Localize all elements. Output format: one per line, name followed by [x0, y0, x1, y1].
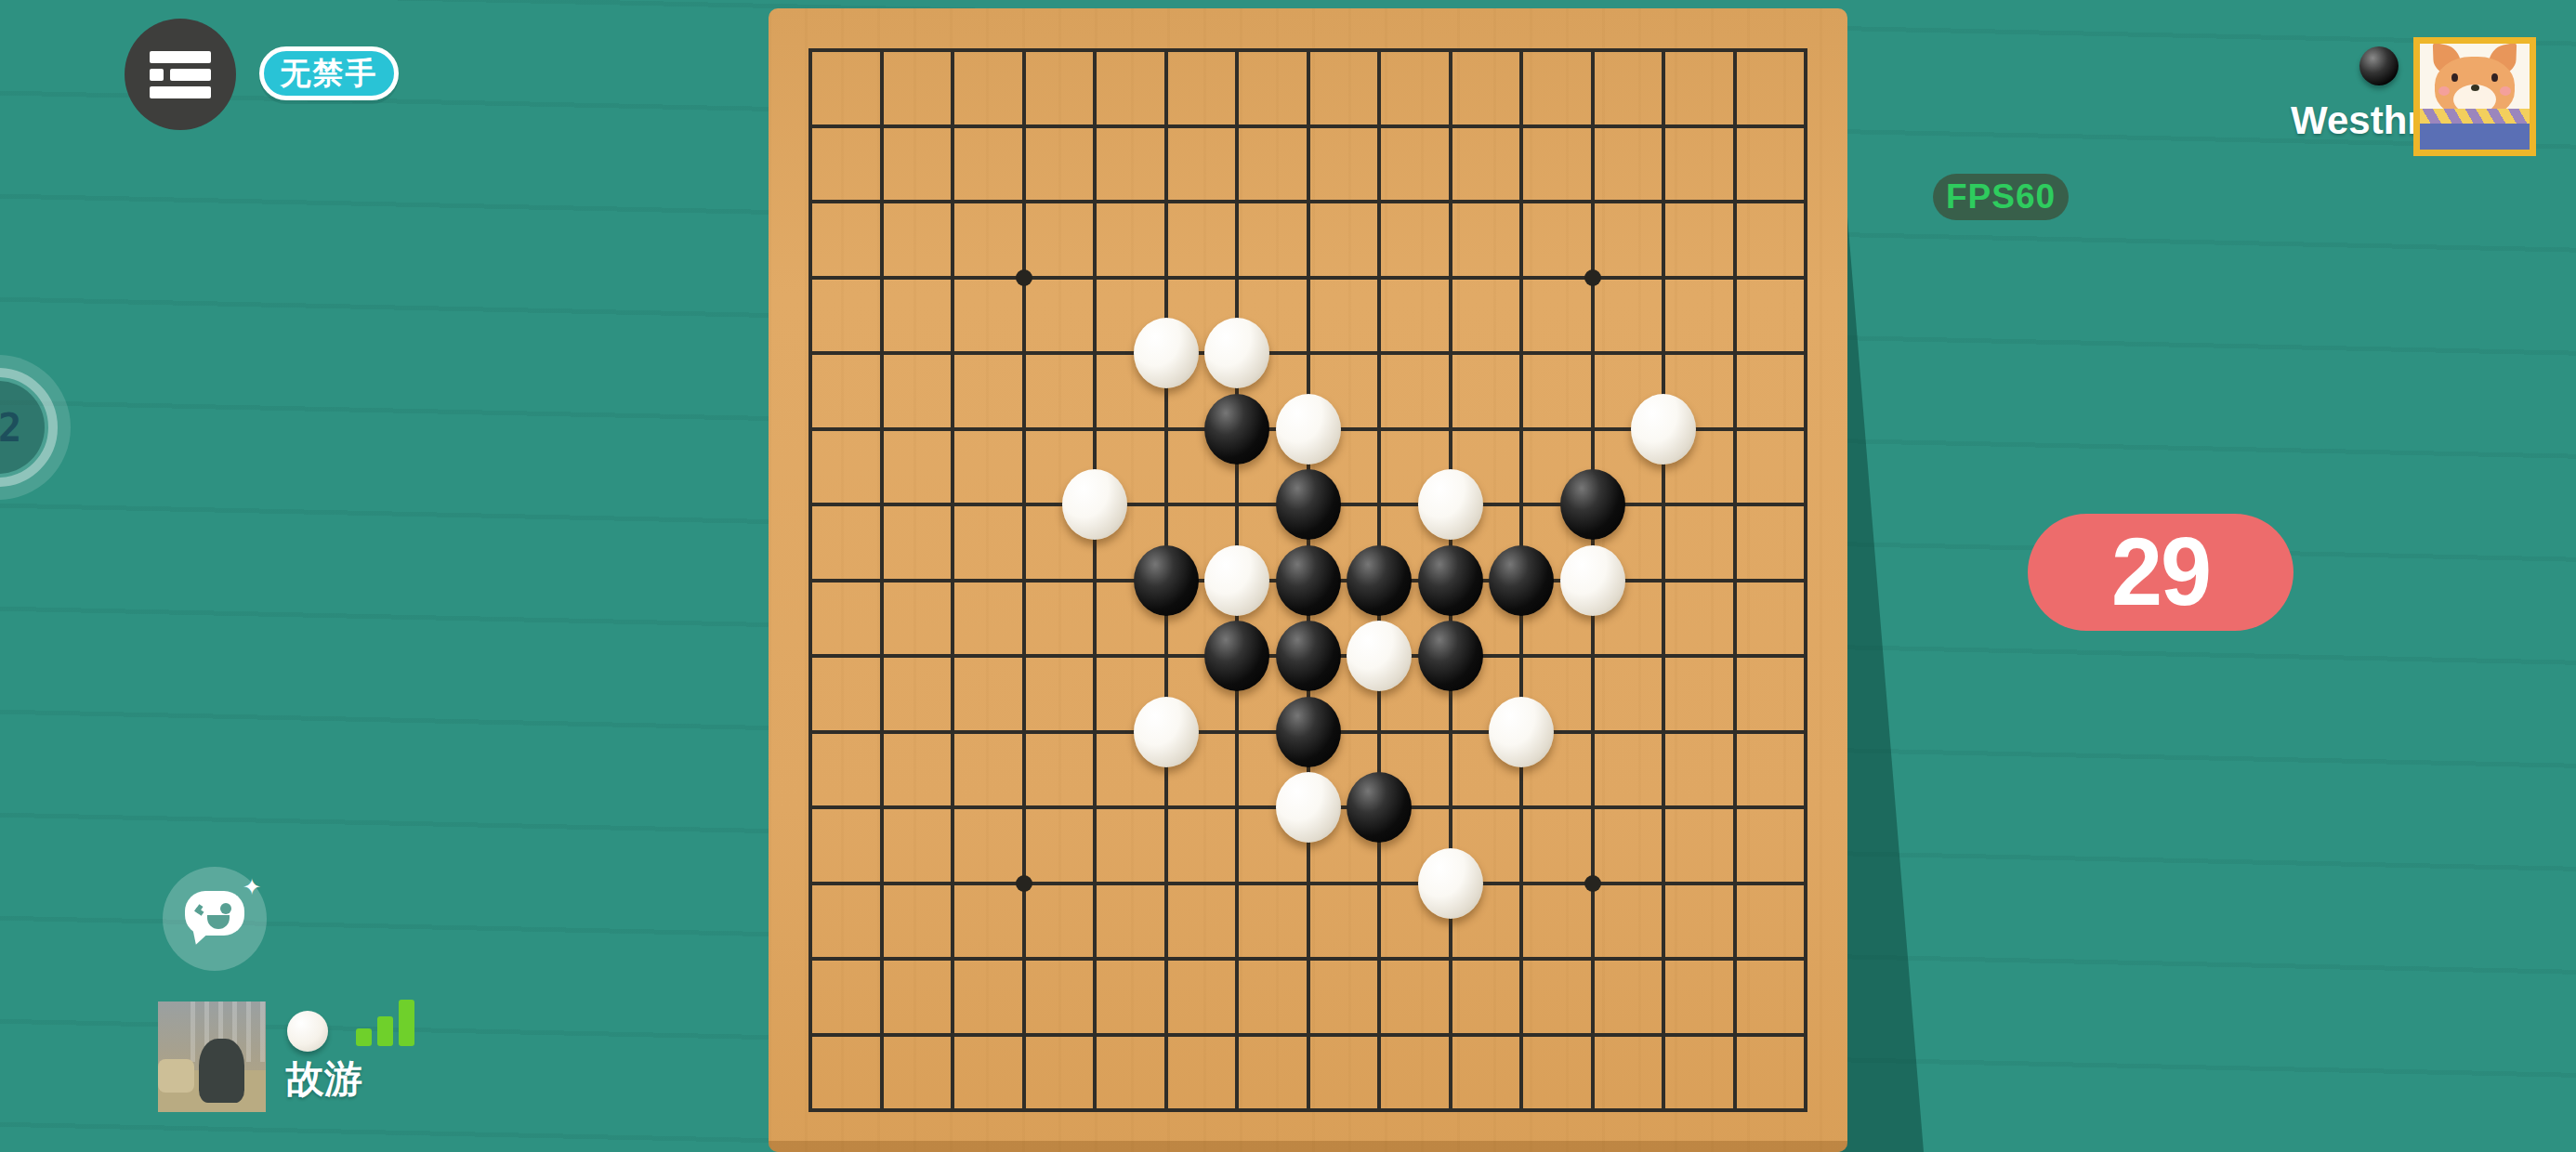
- chat-bubble-icon: [185, 891, 244, 936]
- stone-white: [1276, 772, 1341, 843]
- star-point: [1016, 875, 1032, 892]
- stone-white: [1204, 318, 1269, 388]
- hamburger-icon: [150, 51, 211, 63]
- stone-black: [1134, 545, 1199, 616]
- stone-black: [1276, 469, 1341, 540]
- grid-line: [1662, 48, 1665, 1112]
- fps-label: FPS60: [1946, 177, 2056, 216]
- stone-white: [1347, 621, 1412, 691]
- black-stone-indicator: [2359, 46, 2399, 85]
- stone-white: [1631, 394, 1696, 465]
- stone-black: [1347, 545, 1412, 616]
- player-name-bottom-left: 故游: [286, 1054, 362, 1105]
- stone-black: [1489, 545, 1554, 616]
- stone-white: [1276, 394, 1341, 465]
- move-timer: 29: [2028, 514, 2293, 631]
- fps-overlay-badge: FPS60: [1933, 174, 2069, 220]
- stone-white: [1134, 697, 1199, 767]
- grid-line: [808, 957, 1807, 961]
- stone-white: [1418, 469, 1483, 540]
- stone-white: [1418, 848, 1483, 919]
- stone-black: [1204, 394, 1269, 465]
- grid-line: [1804, 48, 1807, 1112]
- avatar-top-right[interactable]: [2413, 37, 2536, 156]
- stone-white: [1560, 545, 1625, 616]
- stone-black: [1276, 621, 1341, 691]
- stone-black: [1560, 469, 1625, 540]
- game-screen: { "game": "gomoku", "app_context": "mobi…: [0, 0, 2576, 1152]
- avatar-bottom-left[interactable]: [158, 1001, 266, 1112]
- star-point: [1584, 875, 1601, 892]
- signal-bars-icon: [356, 1028, 372, 1046]
- sparkle-icon: ✦: [243, 874, 261, 900]
- rule-badge-label: 无禁手: [281, 53, 378, 95]
- stone-black: [1418, 545, 1483, 616]
- menu-button[interactable]: [125, 19, 236, 130]
- white-stone-indicator: [287, 1011, 328, 1052]
- stone-white: [1134, 318, 1199, 388]
- grid-line: [808, 1033, 1807, 1037]
- stone-black: [1204, 621, 1269, 691]
- stone-black: [1418, 621, 1483, 691]
- player-name-top-right: Westhre: [2212, 98, 2444, 143]
- grid-line: [808, 882, 1807, 885]
- stone-black: [1276, 697, 1341, 767]
- timer-value: 29: [2111, 517, 2210, 628]
- board-grid[interactable]: [810, 50, 1806, 1110]
- stone-white: [1489, 697, 1554, 767]
- star-point: [1584, 269, 1601, 286]
- chat-button[interactable]: ✦: [163, 867, 267, 971]
- star-point: [1016, 269, 1032, 286]
- stone-white: [1204, 545, 1269, 616]
- stone-white: [1062, 469, 1127, 540]
- widget-value: 22: [0, 405, 21, 451]
- stone-black: [1347, 772, 1412, 843]
- stone-black: [1276, 545, 1341, 616]
- rule-badge: 无禁手: [259, 46, 399, 100]
- gomoku-board[interactable]: FPS60: [769, 8, 1847, 1152]
- grid-line: [1733, 48, 1737, 1112]
- grid-line: [808, 1108, 1807, 1112]
